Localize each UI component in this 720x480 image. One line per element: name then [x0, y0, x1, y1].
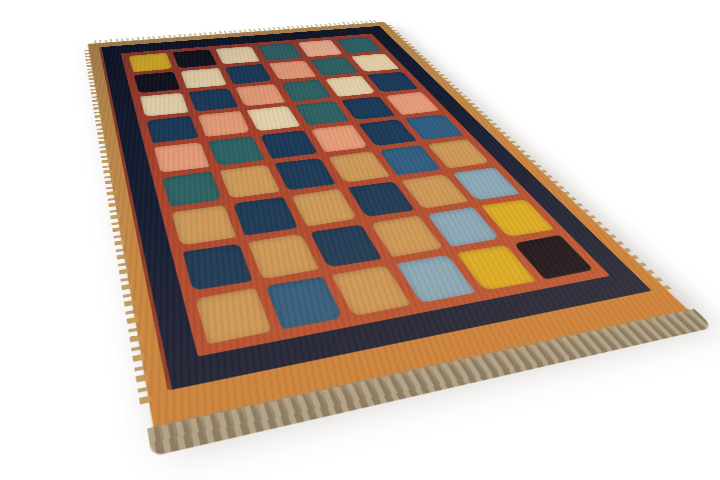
rug-tile-r3c1-cream	[140, 93, 189, 117]
rug-tile-r6c4-tan	[328, 151, 390, 183]
rug-tile-r7c3-tan	[291, 189, 358, 227]
rug-tile-r5c2-teal	[208, 136, 265, 166]
rug-tile-r1c4-teal	[257, 43, 302, 61]
rug-tile-r6c2-tan	[220, 164, 281, 198]
rug-tile-r5c5-navy	[358, 119, 416, 146]
rug-tile-r7c2-navy	[233, 197, 298, 236]
rug-tile-r5c3-navy	[260, 130, 317, 159]
rug-tile-r5c4-salmon	[310, 125, 368, 152]
rug-tile-r6c1-teal	[162, 171, 223, 207]
rug-tile-r4c2-salmon	[198, 111, 251, 137]
rug-tile-r3c4-teal	[281, 80, 332, 102]
rug-tile-r7c1-tan	[172, 205, 237, 246]
rug-tile-r8c3-navy	[310, 224, 382, 267]
rug-tile-r3c3-salmon	[236, 84, 286, 106]
rug-tile-r4c5-navy	[341, 96, 395, 120]
tile-grid	[129, 37, 594, 344]
rug-tile-r1c5-peach	[297, 40, 342, 57]
rug-tile-r4c6-salmon	[385, 92, 440, 115]
rug-tile-r9c3-tan	[332, 265, 411, 316]
rug-tile-r1c1-yellow	[128, 53, 172, 72]
rug-tile-r1c2-black	[173, 49, 217, 68]
rug-tile-r2c5-teal	[310, 57, 359, 76]
rug-tile-r2c6-cream	[351, 53, 400, 72]
rug-tile-r2c4-salmon	[268, 60, 316, 80]
rug-tile-r3c6-navy	[367, 72, 418, 92]
rug-tile-r8c1-navy	[183, 244, 253, 291]
rug-tile-r7c4-navy	[347, 181, 414, 217]
rug-tile-r3c5-cream	[325, 76, 376, 97]
photo-canvas	[0, 0, 720, 480]
rug-tile-r9c1-tan	[195, 288, 272, 344]
rug-tile-r9c2-blue	[266, 276, 344, 329]
red-lattice-field	[121, 34, 611, 357]
rug-tile-r4c3-cream	[247, 106, 301, 132]
rug-tile-r8c2-tan	[248, 234, 320, 280]
rug-tile-r5c1-salmon	[154, 142, 210, 173]
rug-tile-r2c3-navy	[225, 64, 273, 84]
rug-tile-r2c2-cream	[180, 68, 227, 89]
rug-tile-r4c1-navy	[146, 116, 199, 143]
rug-tile-r1c6-teal	[336, 37, 382, 54]
rug-tile-r4c4-teal	[295, 101, 349, 126]
rug-tile-r6c3-navy	[275, 158, 336, 190]
rug-tile-r3c2-navy	[188, 88, 238, 111]
rug-tile-r2c1-black	[134, 72, 180, 93]
gabbeh-rug	[88, 22, 690, 430]
rug-tile-r1c3-cream	[216, 46, 261, 64]
